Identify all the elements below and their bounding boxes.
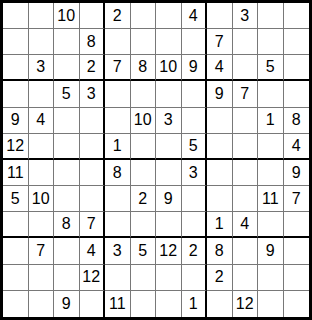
cell-r1c1[interactable] <box>3 3 29 29</box>
cell-r2c12[interactable] <box>284 29 310 55</box>
cell-r9c2[interactable] <box>29 212 55 238</box>
cell-r1c5[interactable]: 2 <box>105 3 131 29</box>
cell-r12c2[interactable] <box>29 291 55 317</box>
cell-r2c1[interactable] <box>3 29 29 55</box>
cell-r1c11[interactable] <box>258 3 284 29</box>
cell-r2c2[interactable] <box>29 29 55 55</box>
cell-r1c10[interactable]: 3 <box>233 3 259 29</box>
cell-r6c11[interactable] <box>258 134 284 160</box>
cell-r8c2[interactable]: 10 <box>29 186 55 212</box>
cell-r10c7[interactable]: 12 <box>156 238 182 264</box>
cell-r11c1[interactable] <box>3 265 29 291</box>
cell-r2c11[interactable] <box>258 29 284 55</box>
cell-r5c8[interactable] <box>182 108 208 134</box>
cell-r5c3[interactable] <box>54 108 80 134</box>
cell-r9c7[interactable] <box>156 212 182 238</box>
cell-r6c10[interactable] <box>233 134 259 160</box>
cell-r5c6[interactable]: 10 <box>131 108 157 134</box>
cell-r9c11[interactable] <box>258 212 284 238</box>
cell-r12c7[interactable] <box>156 291 182 317</box>
cell-r7c6[interactable] <box>131 160 157 186</box>
sudoku-board: 1024387327810945539794103181215411839510… <box>0 0 312 320</box>
cell-r6c4[interactable] <box>80 134 106 160</box>
cell-r6c9[interactable] <box>207 134 233 160</box>
cell-r9c8[interactable] <box>182 212 208 238</box>
cell-r12c10[interactable]: 12 <box>233 291 259 317</box>
cell-r11c3[interactable] <box>54 265 80 291</box>
cell-r4c8[interactable] <box>182 81 208 107</box>
cell-r11c2[interactable] <box>29 265 55 291</box>
cell-r10c9[interactable]: 8 <box>207 238 233 264</box>
cell-r7c5[interactable]: 8 <box>105 160 131 186</box>
cell-r11c9[interactable]: 2 <box>207 265 233 291</box>
cell-r3c12[interactable] <box>284 55 310 81</box>
cell-r5c10[interactable] <box>233 108 259 134</box>
cell-r10c6[interactable]: 5 <box>131 238 157 264</box>
cell-r3c5[interactable]: 7 <box>105 55 131 81</box>
cell-r9c3[interactable]: 8 <box>54 212 80 238</box>
cell-r8c12[interactable]: 7 <box>284 186 310 212</box>
cell-r7c12[interactable]: 9 <box>284 160 310 186</box>
cell-r9c5[interactable] <box>105 212 131 238</box>
cell-r4c12[interactable] <box>284 81 310 107</box>
cell-r12c9[interactable] <box>207 291 233 317</box>
cell-r4c9[interactable]: 9 <box>207 81 233 107</box>
cell-r9c6[interactable] <box>131 212 157 238</box>
cell-r3c7[interactable]: 10 <box>156 55 182 81</box>
cell-r6c12[interactable]: 4 <box>284 134 310 160</box>
cell-r2c7[interactable] <box>156 29 182 55</box>
cell-r4c10[interactable]: 7 <box>233 81 259 107</box>
cell-r7c8[interactable]: 3 <box>182 160 208 186</box>
cell-r10c11[interactable]: 9 <box>258 238 284 264</box>
cell-r5c9[interactable] <box>207 108 233 134</box>
cell-r2c8[interactable] <box>182 29 208 55</box>
cell-r4c4[interactable]: 3 <box>80 81 106 107</box>
cell-r2c5[interactable] <box>105 29 131 55</box>
cell-r9c10[interactable]: 4 <box>233 212 259 238</box>
cell-r9c4[interactable]: 7 <box>80 212 106 238</box>
cell-r4c1[interactable] <box>3 81 29 107</box>
cell-r4c5[interactable] <box>105 81 131 107</box>
cell-r4c6[interactable] <box>131 81 157 107</box>
cell-r5c5[interactable] <box>105 108 131 134</box>
cell-r8c1[interactable]: 5 <box>3 186 29 212</box>
cell-r7c3[interactable] <box>54 160 80 186</box>
cell-r10c3[interactable] <box>54 238 80 264</box>
cell-r5c4[interactable] <box>80 108 106 134</box>
cell-r8c8[interactable] <box>182 186 208 212</box>
cell-r11c6[interactable] <box>131 265 157 291</box>
cell-r4c2[interactable] <box>29 81 55 107</box>
cell-r10c1[interactable] <box>3 238 29 264</box>
cell-r3c6[interactable]: 8 <box>131 55 157 81</box>
cell-r11c10[interactable] <box>233 265 259 291</box>
cell-r3c1[interactable] <box>3 55 29 81</box>
cell-r11c7[interactable] <box>156 265 182 291</box>
cell-r7c7[interactable] <box>156 160 182 186</box>
cell-r10c5[interactable]: 3 <box>105 238 131 264</box>
cell-r11c5[interactable] <box>105 265 131 291</box>
cell-r12c5[interactable]: 11 <box>105 291 131 317</box>
cell-r8c4[interactable] <box>80 186 106 212</box>
cell-r7c10[interactable] <box>233 160 259 186</box>
cell-r2c6[interactable] <box>131 29 157 55</box>
cell-r3c4[interactable]: 2 <box>80 55 106 81</box>
cell-r5c12[interactable]: 8 <box>284 108 310 134</box>
cell-r12c1[interactable] <box>3 291 29 317</box>
cell-r11c11[interactable] <box>258 265 284 291</box>
cell-r3c11[interactable]: 5 <box>258 55 284 81</box>
cell-r1c12[interactable] <box>284 3 310 29</box>
cell-r6c2[interactable] <box>29 134 55 160</box>
cell-r12c6[interactable] <box>131 291 157 317</box>
cell-r1c7[interactable] <box>156 3 182 29</box>
cell-r8c7[interactable]: 9 <box>156 186 182 212</box>
cell-r12c8[interactable]: 1 <box>182 291 208 317</box>
cell-r6c1[interactable]: 12 <box>3 134 29 160</box>
cell-r1c9[interactable] <box>207 3 233 29</box>
cell-r11c8[interactable] <box>182 265 208 291</box>
cell-r8c10[interactable] <box>233 186 259 212</box>
cell-r12c11[interactable] <box>258 291 284 317</box>
cell-r8c11[interactable]: 11 <box>258 186 284 212</box>
cell-r11c4[interactable]: 12 <box>80 265 106 291</box>
cell-r10c4[interactable]: 4 <box>80 238 106 264</box>
cell-r8c9[interactable] <box>207 186 233 212</box>
cell-r2c3[interactable] <box>54 29 80 55</box>
cell-r5c1[interactable]: 9 <box>3 108 29 134</box>
cell-r4c3[interactable]: 5 <box>54 81 80 107</box>
cell-r3c2[interactable]: 3 <box>29 55 55 81</box>
cell-r6c8[interactable]: 5 <box>182 134 208 160</box>
cell-r2c10[interactable] <box>233 29 259 55</box>
cell-r6c7[interactable] <box>156 134 182 160</box>
cell-r10c10[interactable] <box>233 238 259 264</box>
cell-r12c12[interactable] <box>284 291 310 317</box>
cell-r10c8[interactable]: 2 <box>182 238 208 264</box>
cell-r4c7[interactable] <box>156 81 182 107</box>
cell-r1c3[interactable]: 10 <box>54 3 80 29</box>
cell-r5c2[interactable]: 4 <box>29 108 55 134</box>
cell-r5c7[interactable]: 3 <box>156 108 182 134</box>
cell-r6c3[interactable] <box>54 134 80 160</box>
cell-r3c3[interactable] <box>54 55 80 81</box>
cell-r7c9[interactable] <box>207 160 233 186</box>
cell-r11c12[interactable] <box>284 265 310 291</box>
cell-r1c8[interactable]: 4 <box>182 3 208 29</box>
cell-r12c3[interactable]: 9 <box>54 291 80 317</box>
cell-r1c2[interactable] <box>29 3 55 29</box>
cell-r7c1[interactable]: 11 <box>3 160 29 186</box>
cell-r9c1[interactable] <box>3 212 29 238</box>
cell-r5c11[interactable]: 1 <box>258 108 284 134</box>
cell-r8c6[interactable]: 2 <box>131 186 157 212</box>
cell-r8c3[interactable] <box>54 186 80 212</box>
cell-r10c12[interactable] <box>284 238 310 264</box>
cell-r10c2[interactable]: 7 <box>29 238 55 264</box>
cell-r2c4[interactable]: 8 <box>80 29 106 55</box>
cell-r7c4[interactable] <box>80 160 106 186</box>
cell-r8c5[interactable] <box>105 186 131 212</box>
cell-r4c11[interactable] <box>258 81 284 107</box>
cell-r3c9[interactable]: 4 <box>207 55 233 81</box>
cell-r7c2[interactable] <box>29 160 55 186</box>
cell-r3c8[interactable]: 9 <box>182 55 208 81</box>
cell-r3c10[interactable] <box>233 55 259 81</box>
cell-r6c6[interactable] <box>131 134 157 160</box>
cell-r6c5[interactable]: 1 <box>105 134 131 160</box>
cell-r7c11[interactable] <box>258 160 284 186</box>
cell-r1c4[interactable] <box>80 3 106 29</box>
cell-r9c9[interactable]: 1 <box>207 212 233 238</box>
cell-r2c9[interactable]: 7 <box>207 29 233 55</box>
cell-r9c12[interactable] <box>284 212 310 238</box>
cell-r1c6[interactable] <box>131 3 157 29</box>
cell-r12c4[interactable] <box>80 291 106 317</box>
